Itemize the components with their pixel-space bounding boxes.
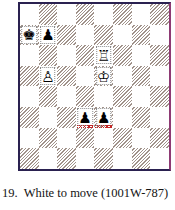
square-g2 xyxy=(132,128,151,149)
square-d1 xyxy=(76,148,95,169)
square-a1 xyxy=(20,148,39,169)
square-a2 xyxy=(20,128,39,149)
square-h6 xyxy=(150,45,169,66)
square-c2 xyxy=(57,128,76,149)
square-e2 xyxy=(94,128,113,149)
square-e1 xyxy=(94,148,113,169)
square-h1 xyxy=(150,148,169,169)
square-a7: ♚ xyxy=(20,25,39,46)
square-h2 xyxy=(150,128,169,149)
square-b1 xyxy=(39,148,58,169)
square-d3: ♟ xyxy=(76,107,95,128)
caption-number: 19. xyxy=(2,186,18,200)
black-king-glyph: ♚ xyxy=(23,28,36,43)
caption-title: White to move xyxy=(24,186,98,200)
square-d6 xyxy=(76,45,95,66)
square-a8 xyxy=(20,4,39,25)
square-b7: ♟ xyxy=(39,25,58,46)
square-g6 xyxy=(132,45,151,66)
square-f3 xyxy=(113,107,132,128)
square-g4 xyxy=(132,86,151,107)
square-f5 xyxy=(113,66,132,87)
square-b4 xyxy=(39,86,58,107)
square-e3: ♟ xyxy=(94,107,113,128)
square-h4 xyxy=(150,86,169,107)
piece-white-rook: ♖ xyxy=(96,46,112,64)
square-f4 xyxy=(113,86,132,107)
square-h7 xyxy=(150,25,169,46)
piece-black-king: ♚ xyxy=(22,26,38,44)
chess-board: ♚♟♖♙♔♟♟ xyxy=(18,2,171,171)
square-e7 xyxy=(94,25,113,46)
white-king-glyph: ♔ xyxy=(97,69,110,84)
black-pawn-glyph: ♟ xyxy=(97,110,110,125)
square-g8 xyxy=(132,4,151,25)
square-g5 xyxy=(132,66,151,87)
square-a5 xyxy=(20,66,39,87)
square-h5 xyxy=(150,66,169,87)
square-d7 xyxy=(76,25,95,46)
square-e5: ♔ xyxy=(94,66,113,87)
square-a6 xyxy=(20,45,39,66)
square-c1 xyxy=(57,148,76,169)
square-g1 xyxy=(132,148,151,169)
square-c6 xyxy=(57,45,76,66)
square-f2 xyxy=(113,128,132,149)
piece-white-king: ♔ xyxy=(96,67,112,85)
white-rook-glyph: ♖ xyxy=(97,48,110,63)
square-b3 xyxy=(39,107,58,128)
square-f1 xyxy=(113,148,132,169)
page: ♚♟♖♙♔♟♟ 19.White to move(1001W-787) xyxy=(0,0,175,210)
white-pawn-glyph: ♙ xyxy=(41,69,54,84)
square-c3 xyxy=(57,107,76,128)
caption-source: (1001W-787) xyxy=(101,186,168,200)
square-e4 xyxy=(94,86,113,107)
square-a3 xyxy=(20,107,39,128)
square-f8 xyxy=(113,4,132,25)
black-pawn-glyph: ♟ xyxy=(41,28,54,43)
caption: 19.White to move(1001W-787) xyxy=(2,186,175,201)
square-c7 xyxy=(57,25,76,46)
square-h8 xyxy=(150,4,169,25)
square-b5: ♙ xyxy=(39,66,58,87)
square-f6 xyxy=(113,45,132,66)
square-h3 xyxy=(150,107,169,128)
piece-black-pawn: ♟ xyxy=(77,108,93,126)
square-b6 xyxy=(39,45,58,66)
square-d8 xyxy=(76,4,95,25)
square-d4 xyxy=(76,86,95,107)
square-g7 xyxy=(132,25,151,46)
piece-black-pawn: ♟ xyxy=(96,108,112,126)
black-pawn-glyph: ♟ xyxy=(78,110,91,125)
square-f7 xyxy=(113,25,132,46)
square-c4 xyxy=(57,86,76,107)
square-d5 xyxy=(76,66,95,87)
square-c8 xyxy=(57,4,76,25)
square-a4 xyxy=(20,86,39,107)
square-e6: ♖ xyxy=(94,45,113,66)
piece-white-pawn: ♙ xyxy=(40,67,56,85)
square-b8 xyxy=(39,4,58,25)
square-d2 xyxy=(76,128,95,149)
square-b2 xyxy=(39,128,58,149)
piece-black-pawn: ♟ xyxy=(40,26,56,44)
square-g3 xyxy=(132,107,151,128)
board-squares: ♚♟♖♙♔♟♟ xyxy=(20,4,169,169)
square-c5 xyxy=(57,66,76,87)
square-e8 xyxy=(94,4,113,25)
